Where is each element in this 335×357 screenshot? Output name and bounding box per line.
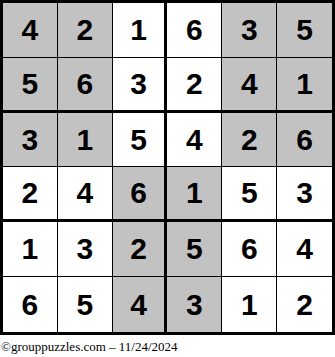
digit: 2	[186, 69, 203, 99]
digit: 4	[130, 290, 147, 320]
cell-r6c3[interactable]: 4	[113, 277, 168, 332]
cell-r5c3[interactable]: 2	[113, 222, 168, 277]
cell-r3c5[interactable]: 2	[222, 113, 277, 168]
cell-r1c2[interactable]: 2	[58, 3, 113, 58]
cell-r5c1[interactable]: 1	[3, 222, 58, 277]
digit: 6	[186, 15, 203, 45]
cell-r5c5[interactable]: 6	[222, 222, 277, 277]
cell-r4c2[interactable]: 4	[58, 167, 113, 222]
digit: 2	[76, 15, 93, 45]
cell-r2c5[interactable]: 4	[222, 58, 277, 113]
digit: 2	[296, 290, 313, 320]
digit: 5	[296, 15, 313, 45]
digit: 3	[22, 125, 39, 155]
cell-r2c1[interactable]: 5	[3, 58, 58, 113]
digit: 3	[76, 234, 93, 264]
cell-r3c6[interactable]: 6	[277, 113, 332, 168]
digit: 6	[241, 234, 258, 264]
digit: 3	[130, 69, 147, 99]
cell-r3c4[interactable]: 4	[167, 113, 222, 168]
cell-r2c3[interactable]: 3	[113, 58, 168, 113]
digit: 1	[22, 234, 39, 264]
digit: 3	[296, 178, 313, 208]
cell-r3c3[interactable]: 5	[113, 113, 168, 168]
cell-r1c1[interactable]: 4	[3, 3, 58, 58]
cell-r6c4[interactable]: 3	[167, 277, 222, 332]
cell-r3c1[interactable]: 3	[3, 113, 58, 168]
digit: 4	[22, 15, 39, 45]
digit: 6	[76, 69, 93, 99]
cell-r5c6[interactable]: 4	[277, 222, 332, 277]
digit: 4	[186, 125, 203, 155]
copyright-text: ©grouppuzzles.com – 11/24/2024	[1, 336, 334, 357]
digit: 2	[241, 125, 258, 155]
digit: 1	[296, 69, 313, 99]
digit: 6	[22, 290, 39, 320]
digit: 4	[241, 69, 258, 99]
cell-r1c4[interactable]: 6	[167, 3, 222, 58]
digit: 1	[130, 15, 147, 45]
cell-r2c4[interactable]: 2	[167, 58, 222, 113]
digit: 6	[296, 125, 313, 155]
cell-r4c1[interactable]: 2	[3, 167, 58, 222]
cell-r6c5[interactable]: 1	[222, 277, 277, 332]
cell-r6c1[interactable]: 6	[3, 277, 58, 332]
sudoku-board: 421635563241315426246153132564654312	[0, 0, 335, 335]
cell-r5c2[interactable]: 3	[58, 222, 113, 277]
cell-r4c3[interactable]: 6	[113, 167, 168, 222]
digit: 5	[241, 178, 258, 208]
digit: 6	[130, 178, 147, 208]
cell-r1c3[interactable]: 1	[113, 3, 168, 58]
digit: 1	[241, 290, 258, 320]
digit: 4	[296, 234, 313, 264]
cell-r3c2[interactable]: 1	[58, 113, 113, 168]
digit: 1	[186, 178, 203, 208]
digit: 5	[186, 234, 203, 264]
digit: 5	[22, 69, 39, 99]
digit: 5	[130, 125, 147, 155]
digit: 2	[130, 234, 147, 264]
cell-r5c4[interactable]: 5	[167, 222, 222, 277]
digit: 5	[76, 290, 93, 320]
cell-r1c5[interactable]: 3	[222, 3, 277, 58]
digit: 3	[241, 15, 258, 45]
cell-r1c6[interactable]: 5	[277, 3, 332, 58]
cell-r4c4[interactable]: 1	[167, 167, 222, 222]
cell-r2c2[interactable]: 6	[58, 58, 113, 113]
cell-r6c6[interactable]: 2	[277, 277, 332, 332]
cell-r6c2[interactable]: 5	[58, 277, 113, 332]
cell-r4c5[interactable]: 5	[222, 167, 277, 222]
cell-r4c6[interactable]: 3	[277, 167, 332, 222]
digit: 2	[22, 178, 39, 208]
digit: 4	[76, 178, 93, 208]
cell-r2c6[interactable]: 1	[277, 58, 332, 113]
digit: 1	[76, 125, 93, 155]
digit: 3	[186, 290, 203, 320]
